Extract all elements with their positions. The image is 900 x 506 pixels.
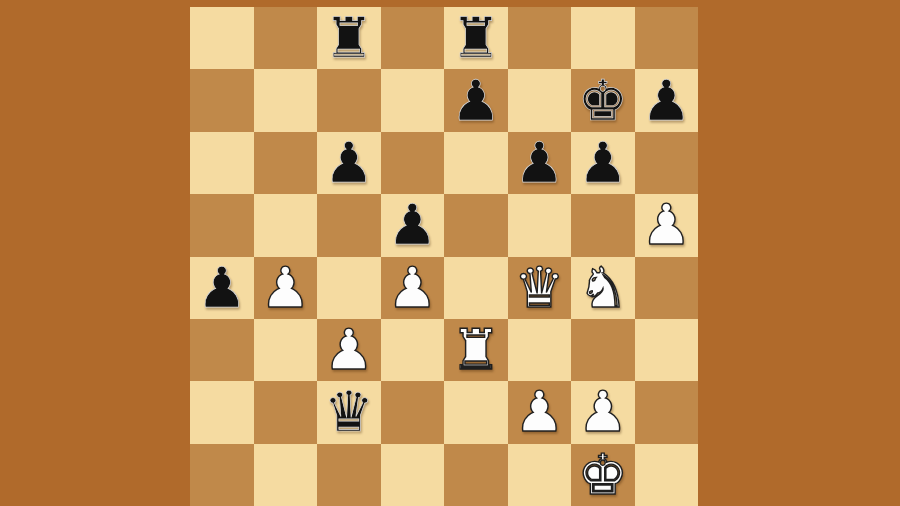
square-h3[interactable]: [635, 319, 699, 381]
chess-board: ♜♜♟♚♟♟♟♟♟♟♟♟♟♛♞♟♜♛♟♟♚: [190, 7, 698, 506]
square-g3[interactable]: [571, 319, 635, 381]
square-d1[interactable]: [381, 444, 445, 506]
square-h1[interactable]: [635, 444, 699, 506]
square-c3[interactable]: ♟: [317, 319, 381, 381]
square-h7[interactable]: ♟: [635, 69, 699, 131]
square-a5[interactable]: [190, 194, 254, 256]
square-d2[interactable]: [381, 381, 445, 443]
square-h8[interactable]: [635, 7, 699, 69]
black-queen-c2[interactable]: ♛: [324, 384, 374, 440]
square-a8[interactable]: [190, 7, 254, 69]
square-b1[interactable]: [254, 444, 318, 506]
black-pawn-d5[interactable]: ♟: [387, 197, 437, 253]
square-c4[interactable]: [317, 257, 381, 319]
square-e1[interactable]: [444, 444, 508, 506]
square-f2[interactable]: ♟: [508, 381, 572, 443]
square-c2[interactable]: ♛: [317, 381, 381, 443]
white-king-g1[interactable]: ♚: [578, 447, 628, 503]
white-pawn-h5[interactable]: ♟: [641, 197, 691, 253]
square-g2[interactable]: ♟: [571, 381, 635, 443]
black-pawn-c6[interactable]: ♟: [324, 135, 374, 191]
square-g4[interactable]: ♞: [571, 257, 635, 319]
square-f6[interactable]: ♟: [508, 132, 572, 194]
square-e6[interactable]: [444, 132, 508, 194]
square-e7[interactable]: ♟: [444, 69, 508, 131]
square-g6[interactable]: ♟: [571, 132, 635, 194]
square-f1[interactable]: [508, 444, 572, 506]
square-a7[interactable]: [190, 69, 254, 131]
black-rook-e8[interactable]: ♜: [451, 10, 501, 66]
black-pawn-h7[interactable]: ♟: [641, 73, 691, 129]
square-f4[interactable]: ♛: [508, 257, 572, 319]
black-pawn-a4[interactable]: ♟: [197, 260, 247, 316]
white-pawn-b4[interactable]: ♟: [260, 260, 310, 316]
square-e5[interactable]: [444, 194, 508, 256]
white-rook-e3[interactable]: ♜: [451, 322, 501, 378]
square-d4[interactable]: ♟: [381, 257, 445, 319]
square-e8[interactable]: ♜: [444, 7, 508, 69]
black-pawn-e7[interactable]: ♟: [451, 73, 501, 129]
square-b6[interactable]: [254, 132, 318, 194]
square-c7[interactable]: [317, 69, 381, 131]
square-f8[interactable]: [508, 7, 572, 69]
square-e2[interactable]: [444, 381, 508, 443]
square-g5[interactable]: [571, 194, 635, 256]
square-a6[interactable]: [190, 132, 254, 194]
white-knight-g4[interactable]: ♞: [578, 260, 628, 316]
white-pawn-c3[interactable]: ♟: [324, 322, 374, 378]
square-a4[interactable]: ♟: [190, 257, 254, 319]
black-pawn-g6[interactable]: ♟: [578, 135, 628, 191]
square-a3[interactable]: [190, 319, 254, 381]
square-a2[interactable]: [190, 381, 254, 443]
square-c1[interactable]: [317, 444, 381, 506]
square-h2[interactable]: [635, 381, 699, 443]
square-f3[interactable]: [508, 319, 572, 381]
square-d7[interactable]: [381, 69, 445, 131]
white-pawn-g2[interactable]: ♟: [578, 384, 628, 440]
white-pawn-f2[interactable]: ♟: [514, 384, 564, 440]
square-b4[interactable]: ♟: [254, 257, 318, 319]
white-pawn-d4[interactable]: ♟: [387, 260, 437, 316]
square-f7[interactable]: [508, 69, 572, 131]
square-b2[interactable]: [254, 381, 318, 443]
black-pawn-f6[interactable]: ♟: [514, 135, 564, 191]
square-e4[interactable]: [444, 257, 508, 319]
square-c5[interactable]: [317, 194, 381, 256]
square-d6[interactable]: [381, 132, 445, 194]
square-b8[interactable]: [254, 7, 318, 69]
square-e3[interactable]: ♜: [444, 319, 508, 381]
square-b3[interactable]: [254, 319, 318, 381]
square-c8[interactable]: ♜: [317, 7, 381, 69]
square-g8[interactable]: [571, 7, 635, 69]
square-d3[interactable]: [381, 319, 445, 381]
square-b7[interactable]: [254, 69, 318, 131]
square-h4[interactable]: [635, 257, 699, 319]
square-b5[interactable]: [254, 194, 318, 256]
square-d5[interactable]: ♟: [381, 194, 445, 256]
white-queen-f4[interactable]: ♛: [514, 260, 564, 316]
square-g7[interactable]: ♚: [571, 69, 635, 131]
black-rook-c8[interactable]: ♜: [324, 10, 374, 66]
page-background: ♜♜♟♚♟♟♟♟♟♟♟♟♟♛♞♟♜♛♟♟♚: [0, 0, 900, 506]
square-f5[interactable]: [508, 194, 572, 256]
square-h6[interactable]: [635, 132, 699, 194]
square-d8[interactable]: [381, 7, 445, 69]
black-king-g7[interactable]: ♚: [578, 73, 628, 129]
square-a1[interactable]: [190, 444, 254, 506]
square-g1[interactable]: ♚: [571, 444, 635, 506]
square-c6[interactable]: ♟: [317, 132, 381, 194]
square-h5[interactable]: ♟: [635, 194, 699, 256]
